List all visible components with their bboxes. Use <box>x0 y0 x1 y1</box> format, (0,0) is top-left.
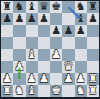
square-d5[interactable] <box>38 37 50 49</box>
piece-black-pawn[interactable]: ♟ <box>27 13 37 25</box>
piece-white-rook[interactable]: ♜ <box>88 85 98 97</box>
square-d4[interactable] <box>38 49 50 61</box>
square-f6[interactable]: ♟ <box>62 25 74 37</box>
square-b7[interactable]: ♟ <box>13 13 25 25</box>
square-h1[interactable]: ♜ <box>87 85 99 97</box>
square-f1[interactable] <box>62 85 74 97</box>
square-g6[interactable]: ♟ <box>75 25 87 37</box>
piece-white-bishop[interactable]: ♝ <box>27 85 37 97</box>
piece-black-pawn[interactable]: ♟ <box>14 13 24 25</box>
square-f2[interactable]: ♟ <box>62 73 74 85</box>
square-a4[interactable] <box>1 49 13 61</box>
piece-black-pawn[interactable]: ♟ <box>39 13 49 25</box>
square-a6[interactable] <box>1 25 13 37</box>
square-b6[interactable] <box>13 25 25 37</box>
square-a1[interactable]: ♜ <box>1 85 13 97</box>
square-e1[interactable]: ♚ <box>50 85 62 97</box>
piece-black-pawn[interactable]: ♟ <box>2 13 12 25</box>
square-g4[interactable] <box>75 49 87 61</box>
square-c1[interactable]: ♝ <box>26 85 38 97</box>
square-a7[interactable]: ♟ <box>1 13 13 25</box>
square-g1[interactable]: ♞ <box>75 85 87 97</box>
piece-black-pawn[interactable]: ♟ <box>76 25 86 37</box>
square-g5[interactable] <box>75 37 87 49</box>
square-b1[interactable]: ♞ <box>13 85 25 97</box>
piece-white-pawn[interactable]: ♟ <box>39 73 49 85</box>
square-e6[interactable]: ♟ <box>50 25 62 37</box>
square-e8[interactable]: ♚ <box>50 1 62 13</box>
square-b3[interactable]: ♟ <box>13 61 25 73</box>
square-e3[interactable] <box>50 61 62 73</box>
piece-white-knight[interactable]: ♞ <box>76 85 86 97</box>
square-h7[interactable]: ♟ <box>87 13 99 25</box>
chess-board: ♜♞♝♛♚♞♜♟♟♟♟♝♟♟♟♟♝♟♟♛♟♟♟♟♟♜♜♞♝♚♞♜ <box>1 1 99 97</box>
piece-black-pawn[interactable]: ♟ <box>51 25 61 37</box>
square-d1[interactable] <box>38 85 50 97</box>
piece-white-pawn[interactable]: ♟ <box>51 49 61 61</box>
piece-white-king[interactable]: ♚ <box>51 85 61 97</box>
square-h5[interactable] <box>87 37 99 49</box>
piece-white-knight[interactable]: ♞ <box>14 85 24 97</box>
piece-black-pawn[interactable]: ♟ <box>88 13 98 25</box>
piece-white-rook[interactable]: ♜ <box>2 85 12 97</box>
square-f5[interactable] <box>62 37 74 49</box>
piece-white-bishop[interactable]: ♝ <box>27 49 37 61</box>
square-a5[interactable] <box>1 37 13 49</box>
piece-white-pawn[interactable]: ♟ <box>63 73 73 85</box>
square-h6[interactable] <box>87 25 99 37</box>
square-d2[interactable]: ♟ <box>38 73 50 85</box>
square-d6[interactable] <box>38 25 50 37</box>
square-c6[interactable] <box>26 25 38 37</box>
square-h4[interactable] <box>87 49 99 61</box>
piece-white-pawn[interactable]: ♟ <box>14 61 24 73</box>
square-f8[interactable] <box>62 1 74 13</box>
piece-black-king[interactable]: ♚ <box>51 1 61 13</box>
square-b5[interactable] <box>13 37 25 49</box>
square-d7[interactable]: ♟ <box>38 13 50 25</box>
board-squares: ♜♞♝♛♚♞♜♟♟♟♟♝♟♟♟♟♝♟♟♛♟♟♟♟♟♜♜♞♝♚♞♜ <box>1 1 99 97</box>
piece-black-pawn[interactable]: ♟ <box>63 25 73 37</box>
square-e4[interactable]: ♟ <box>50 49 62 61</box>
square-c4[interactable]: ♝ <box>26 49 38 61</box>
square-c7[interactable]: ♟ <box>26 13 38 25</box>
